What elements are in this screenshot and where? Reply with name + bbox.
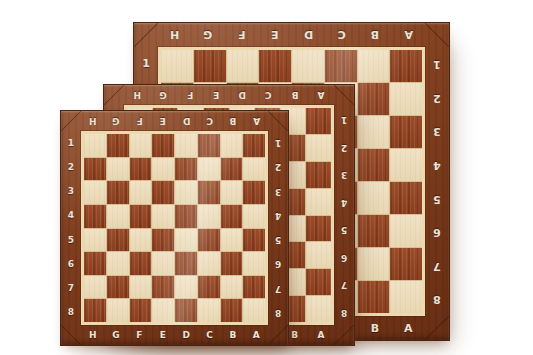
square-b1: [358, 50, 390, 82]
square-g8: [107, 299, 129, 322]
file-top-label: F: [225, 23, 258, 47]
square-c6: [198, 252, 220, 275]
square-f6: [130, 252, 152, 275]
square-g3: [107, 181, 129, 204]
square-e3: [152, 181, 174, 204]
square-b3: [221, 181, 243, 204]
square-a6: [390, 215, 422, 247]
square-g2: [107, 158, 129, 181]
square-h1: [161, 50, 193, 82]
square-c1: [325, 50, 357, 82]
square-b2: [221, 158, 243, 181]
file-top-label: E: [258, 23, 291, 47]
file-bottom-label: B: [358, 316, 391, 340]
square-d6: [175, 252, 197, 275]
square-b5: [358, 182, 390, 214]
square-a5: [243, 229, 265, 252]
square-b4: [221, 205, 243, 228]
square-h3: [84, 181, 106, 204]
square-a7: [306, 269, 331, 295]
square-d1: [175, 134, 197, 157]
rank-right-label: 5: [334, 215, 354, 243]
rank-left-label: 7: [61, 277, 81, 301]
file-bottom-label: F: [128, 325, 151, 345]
square-a1: [306, 108, 331, 134]
file-top-label: D: [229, 85, 255, 105]
rank-right-label: 4: [268, 204, 288, 228]
square-a8: [306, 296, 331, 322]
square-e1: [152, 134, 174, 157]
miter-seam-tl: [61, 111, 81, 131]
square-c8: [198, 299, 220, 322]
file-top-label: B: [282, 85, 308, 105]
square-b1: [221, 134, 243, 157]
square-b8: [221, 299, 243, 322]
rank-right-label: 5: [425, 182, 449, 216]
scene: HGFEDCBAHGFEDCBA1234567812345678 HGFEDCB…: [0, 0, 533, 355]
square-a1: [390, 50, 422, 82]
square-a2: [390, 83, 422, 115]
file-bottom-label: B: [221, 325, 244, 345]
square-a4: [243, 205, 265, 228]
file-bottom-label: H: [81, 325, 104, 345]
square-g1: [194, 50, 226, 82]
miter-seam-tr: [268, 111, 288, 131]
square-e1: [259, 50, 291, 82]
square-a3: [243, 181, 265, 204]
file-top-labels: HGFEDCBA: [124, 85, 334, 105]
rank-left-label: 1: [134, 47, 158, 81]
square-g7: [107, 276, 129, 299]
rank-left-labels: 12345678: [61, 131, 81, 325]
square-f4: [130, 205, 152, 228]
square-a5: [390, 182, 422, 214]
square-g6: [107, 252, 129, 275]
square-e6: [152, 252, 174, 275]
file-top-label: A: [245, 111, 268, 131]
square-f1: [130, 134, 152, 157]
rank-right-label: 1: [334, 105, 354, 133]
square-a8: [390, 281, 422, 313]
rank-right-label: 3: [334, 160, 354, 188]
square-a8: [243, 299, 265, 322]
file-top-label: E: [203, 85, 229, 105]
file-bottom-label: C: [198, 325, 221, 345]
squares-grid: [84, 134, 265, 322]
rank-right-label: 8: [425, 282, 449, 316]
square-a5: [306, 216, 331, 242]
square-f5: [130, 229, 152, 252]
file-bottom-label: D: [175, 325, 198, 345]
square-b8: [358, 281, 390, 313]
square-g5: [107, 229, 129, 252]
file-top-label: B: [358, 23, 391, 47]
square-e8: [152, 299, 174, 322]
file-top-label: C: [325, 23, 358, 47]
rank-right-label: 6: [268, 252, 288, 276]
square-b2: [358, 83, 390, 115]
file-top-label: B: [221, 111, 244, 131]
square-f8: [130, 299, 152, 322]
square-a4: [390, 149, 422, 181]
file-top-label: G: [104, 111, 127, 131]
square-c1: [198, 134, 220, 157]
square-f3: [130, 181, 152, 204]
file-bottom-label: A: [392, 316, 425, 340]
square-g1: [107, 134, 129, 157]
square-g4: [107, 205, 129, 228]
square-b4: [358, 149, 390, 181]
rank-left-label: 8: [61, 301, 81, 325]
square-h1: [84, 134, 106, 157]
square-a6: [243, 252, 265, 275]
square-c4: [198, 205, 220, 228]
square-h5: [84, 229, 106, 252]
miter-seam-bl: [61, 325, 81, 345]
file-top-label: A: [308, 85, 334, 105]
square-h8: [84, 299, 106, 322]
rank-left-label: 5: [61, 228, 81, 252]
rank-right-label: 4: [334, 188, 354, 216]
file-top-labels: HGFEDCBA: [81, 111, 268, 131]
square-c3: [198, 181, 220, 204]
file-top-labels: HGFEDCBA: [158, 23, 425, 47]
rank-right-label: 2: [268, 155, 288, 179]
rank-right-label: 7: [334, 270, 354, 298]
square-d3: [175, 181, 197, 204]
rank-right-label: 7: [268, 277, 288, 301]
rank-right-label: 3: [425, 114, 449, 148]
square-f2: [130, 158, 152, 181]
rank-right-label: 5: [268, 228, 288, 252]
rank-right-label: 7: [425, 249, 449, 283]
square-h2: [84, 158, 106, 181]
square-b7: [358, 248, 390, 280]
miter-seam-tr: [425, 23, 449, 47]
square-d2: [175, 158, 197, 181]
square-a3: [306, 162, 331, 188]
file-top-label: D: [175, 111, 198, 131]
file-top-label: D: [292, 23, 325, 47]
square-e7: [152, 276, 174, 299]
square-e5: [152, 229, 174, 252]
file-top-label: C: [198, 111, 221, 131]
square-f7: [130, 276, 152, 299]
rank-right-label: 4: [425, 148, 449, 182]
square-h7: [84, 276, 106, 299]
square-b3: [358, 116, 390, 148]
miter-seam-br: [425, 316, 449, 340]
square-d4: [175, 205, 197, 228]
rank-right-label: 6: [425, 215, 449, 249]
miter-seam-br: [268, 325, 288, 345]
rank-right-label: 8: [334, 298, 354, 326]
rank-right-labels: 12345678: [425, 47, 449, 316]
file-top-label: G: [150, 85, 176, 105]
square-b6: [221, 252, 243, 275]
rank-right-label: 2: [425, 81, 449, 115]
square-e4: [152, 205, 174, 228]
square-c2: [198, 158, 220, 181]
rank-left-label: 2: [61, 155, 81, 179]
file-bottom-labels: HGFEDCBA: [81, 325, 268, 345]
file-top-label: F: [128, 111, 151, 131]
rank-left-label: 4: [61, 204, 81, 228]
file-top-label: A: [392, 23, 425, 47]
file-bottom-label: E: [151, 325, 174, 345]
square-c7: [198, 276, 220, 299]
file-top-label: H: [158, 23, 191, 47]
file-bottom-label: G: [104, 325, 127, 345]
rank-right-label: 3: [268, 180, 288, 204]
square-b7: [221, 276, 243, 299]
rank-left-label: 6: [61, 252, 81, 276]
miter-seam-br: [334, 325, 354, 345]
square-a7: [390, 248, 422, 280]
rank-right-labels: 12345678: [334, 105, 354, 325]
file-top-label: H: [124, 85, 150, 105]
chessboard-small: HGFEDCBAHGFEDCBA1234567812345678: [60, 110, 289, 346]
square-a7: [243, 276, 265, 299]
playing-area: [81, 131, 268, 325]
square-h4: [84, 205, 106, 228]
file-bottom-label: A: [245, 325, 268, 345]
rank-left-label: 3: [61, 180, 81, 204]
rank-left-label: 1: [61, 131, 81, 155]
square-a1: [243, 134, 265, 157]
square-a3: [390, 116, 422, 148]
square-a2: [243, 158, 265, 181]
square-b6: [358, 215, 390, 247]
file-top-label: E: [151, 111, 174, 131]
square-a2: [306, 135, 331, 161]
square-e2: [152, 158, 174, 181]
file-top-label: C: [255, 85, 281, 105]
square-f1: [227, 50, 259, 82]
square-h6: [84, 252, 106, 275]
square-d8: [175, 299, 197, 322]
rank-right-labels: 12345678: [268, 131, 288, 325]
rank-right-label: 6: [334, 243, 354, 271]
file-top-label: G: [191, 23, 224, 47]
rank-right-label: 1: [268, 131, 288, 155]
square-a6: [306, 242, 331, 268]
miter-seam-tl: [104, 85, 124, 105]
square-d5: [175, 229, 197, 252]
square-a4: [306, 189, 331, 215]
rank-right-label: 2: [334, 133, 354, 161]
miter-seam-tl: [134, 23, 158, 47]
miter-seam-tr: [334, 85, 354, 105]
square-b5: [221, 229, 243, 252]
rank-right-label: 8: [268, 301, 288, 325]
file-bottom-label: A: [308, 325, 334, 345]
file-top-label: F: [177, 85, 203, 105]
file-top-label: H: [81, 111, 104, 131]
rank-right-label: 1: [425, 47, 449, 81]
square-d7: [175, 276, 197, 299]
square-c5: [198, 229, 220, 252]
square-d1: [292, 50, 324, 82]
